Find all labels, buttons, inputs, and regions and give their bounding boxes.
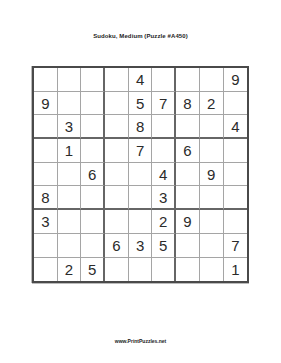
- sudoku-cell[interactable]: 8: [176, 92, 200, 116]
- sudoku-cell[interactable]: [200, 186, 224, 210]
- sudoku-cell[interactable]: [176, 234, 200, 258]
- sudoku-cell[interactable]: [105, 258, 129, 282]
- sudoku-cell[interactable]: [34, 68, 58, 92]
- sudoku-cell[interactable]: [34, 139, 58, 163]
- sudoku-cell[interactable]: [105, 115, 129, 139]
- sudoku-cell[interactable]: 6: [81, 163, 105, 187]
- sudoku-cell[interactable]: 4: [152, 163, 176, 187]
- sudoku-cell[interactable]: [224, 210, 248, 234]
- sudoku-cell[interactable]: 3: [58, 115, 82, 139]
- sudoku-cell[interactable]: [81, 115, 105, 139]
- sudoku-cell[interactable]: [176, 115, 200, 139]
- sudoku-cell[interactable]: [58, 234, 82, 258]
- sudoku-cell[interactable]: 4: [129, 68, 153, 92]
- sudoku-cell[interactable]: 3: [152, 186, 176, 210]
- sudoku-cell[interactable]: [129, 163, 153, 187]
- sudoku-cell[interactable]: [105, 92, 129, 116]
- sudoku-cell[interactable]: [34, 115, 58, 139]
- sudoku-cell[interactable]: 1: [224, 258, 248, 282]
- sudoku-cell[interactable]: [105, 210, 129, 234]
- sudoku-cell[interactable]: [58, 186, 82, 210]
- sudoku-cell[interactable]: [129, 258, 153, 282]
- sudoku-cell[interactable]: 9: [224, 68, 248, 92]
- sudoku-cell[interactable]: 3: [129, 234, 153, 258]
- sudoku-cell[interactable]: [176, 163, 200, 187]
- sudoku-cell[interactable]: 9: [34, 92, 58, 116]
- sudoku-cell[interactable]: [34, 163, 58, 187]
- sudoku-cell[interactable]: 7: [129, 139, 153, 163]
- sudoku-cell[interactable]: [224, 186, 248, 210]
- sudoku-cell[interactable]: [224, 139, 248, 163]
- sudoku-cell[interactable]: [200, 139, 224, 163]
- sudoku-cell[interactable]: [200, 68, 224, 92]
- sudoku-board: 4995782384176649833296357251: [32, 66, 249, 283]
- sudoku-cell[interactable]: [200, 115, 224, 139]
- sudoku-cell[interactable]: 2: [152, 210, 176, 234]
- sudoku-cell[interactable]: [81, 68, 105, 92]
- sudoku-cell[interactable]: [176, 186, 200, 210]
- sudoku-cell[interactable]: [105, 68, 129, 92]
- sudoku-cell[interactable]: [105, 139, 129, 163]
- sudoku-cell[interactable]: [129, 210, 153, 234]
- sudoku-cell[interactable]: [176, 258, 200, 282]
- sudoku-cell[interactable]: [81, 210, 105, 234]
- sudoku-cell[interactable]: [81, 92, 105, 116]
- sudoku-cell[interactable]: [81, 234, 105, 258]
- sudoku-cell[interactable]: 9: [176, 210, 200, 234]
- sudoku-cell[interactable]: [58, 210, 82, 234]
- sudoku-cell[interactable]: [224, 92, 248, 116]
- sudoku-cell[interactable]: 7: [224, 234, 248, 258]
- sudoku-cell[interactable]: [152, 115, 176, 139]
- sudoku-cell[interactable]: 5: [152, 234, 176, 258]
- sudoku-cell[interactable]: 2: [200, 92, 224, 116]
- sudoku-cell[interactable]: 3: [34, 210, 58, 234]
- sudoku-cell[interactable]: 2: [58, 258, 82, 282]
- sudoku-cell[interactable]: 7: [152, 92, 176, 116]
- sudoku-cell[interactable]: 8: [34, 186, 58, 210]
- sudoku-cell[interactable]: [200, 258, 224, 282]
- sudoku-cell[interactable]: [105, 163, 129, 187]
- sudoku-cell[interactable]: [58, 68, 82, 92]
- footer-url: www.PrintPuzzles.net: [0, 338, 281, 344]
- sudoku-cell[interactable]: 4: [224, 115, 248, 139]
- sudoku-cell[interactable]: [200, 210, 224, 234]
- sudoku-cell[interactable]: [152, 139, 176, 163]
- sudoku-cell[interactable]: [81, 139, 105, 163]
- sudoku-cell[interactable]: [152, 258, 176, 282]
- sudoku-cell[interactable]: [81, 186, 105, 210]
- sudoku-cell[interactable]: 9: [200, 163, 224, 187]
- sudoku-cell[interactable]: 1: [58, 139, 82, 163]
- sudoku-cell[interactable]: [200, 234, 224, 258]
- sudoku-cell[interactable]: 5: [81, 258, 105, 282]
- sudoku-cell[interactable]: 6: [105, 234, 129, 258]
- sudoku-cell[interactable]: [105, 186, 129, 210]
- sudoku-cell[interactable]: [129, 186, 153, 210]
- sudoku-cell[interactable]: 6: [176, 139, 200, 163]
- sudoku-cell[interactable]: [152, 68, 176, 92]
- sudoku-cell[interactable]: [176, 68, 200, 92]
- sudoku-cell[interactable]: 5: [129, 92, 153, 116]
- sudoku-cell[interactable]: [58, 163, 82, 187]
- puzzle-title: Sudoku, Medium (Puzzle #A450): [0, 33, 281, 39]
- sudoku-cell[interactable]: [58, 92, 82, 116]
- sudoku-cell[interactable]: [224, 163, 248, 187]
- sudoku-cell[interactable]: [34, 258, 58, 282]
- sudoku-cell[interactable]: 8: [129, 115, 153, 139]
- sudoku-cell[interactable]: [34, 234, 58, 258]
- sudoku-page: Sudoku, Medium (Puzzle #A450) 4995782384…: [0, 0, 281, 363]
